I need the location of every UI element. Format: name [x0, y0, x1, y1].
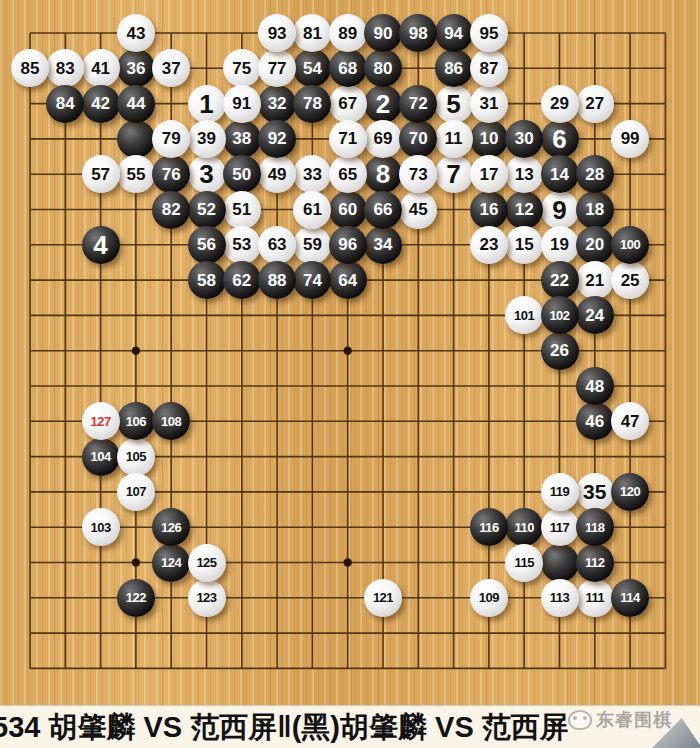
stone-65: 65: [329, 155, 367, 193]
stone-16: 16: [470, 191, 508, 229]
move-number: 105: [126, 450, 146, 463]
stone-111: 111: [576, 579, 614, 617]
move-number: 109: [479, 591, 499, 604]
move-number: 82: [162, 201, 181, 218]
move-number: 45: [409, 201, 428, 218]
stone-21: 21: [576, 261, 614, 299]
move-number: 12: [515, 201, 534, 218]
move-number: 52: [197, 201, 216, 218]
stone-38: 38: [223, 120, 261, 158]
stone-6: 6: [541, 120, 579, 158]
stone-116: 116: [470, 508, 508, 546]
stone-75: 75: [223, 49, 261, 87]
move-number: 43: [126, 25, 145, 42]
move-number: 10: [479, 130, 498, 147]
move-number: 116: [479, 521, 498, 534]
move-number: 59: [303, 236, 322, 253]
move-number: 19: [550, 236, 569, 253]
stone-12: 12: [505, 191, 543, 229]
stone-11: 11: [435, 120, 473, 158]
stone-57: 57: [82, 155, 120, 193]
move-number: 53: [232, 236, 251, 253]
stone-94: 94: [435, 14, 473, 52]
move-number: 51: [232, 201, 251, 218]
stone-120: 120: [611, 473, 649, 511]
move-number: 75: [232, 60, 251, 77]
stone-17: 17: [470, 155, 508, 193]
stone-79: 79: [152, 120, 190, 158]
stone-61: 61: [293, 191, 331, 229]
move-number: 71: [338, 130, 357, 147]
stone-91: 91: [223, 85, 261, 123]
move-number: 110: [514, 521, 533, 534]
move-number: 111: [585, 591, 604, 604]
move-number: 95: [479, 25, 498, 42]
move-number: 126: [161, 521, 181, 534]
move-number: 121: [373, 591, 393, 604]
move-number: 120: [620, 485, 640, 498]
stone-72: 72: [399, 85, 437, 123]
stone-99: 99: [611, 120, 649, 158]
move-number: 61: [303, 201, 322, 218]
stone-60: 60: [329, 191, 367, 229]
stone-8: 8: [364, 155, 402, 193]
stone-4: 4: [82, 226, 120, 264]
stone-51: 51: [223, 191, 261, 229]
move-number: 96: [338, 236, 357, 253]
stone-18: 18: [576, 191, 614, 229]
stone-23: 23: [470, 226, 508, 264]
stone-46: 46: [576, 402, 614, 440]
stone-30: 30: [505, 120, 543, 158]
move-number: 7: [446, 161, 460, 187]
move-number: 93: [268, 25, 287, 42]
stone-107: 107: [117, 473, 155, 511]
move-number: 24: [585, 307, 604, 324]
move-number: 81: [303, 25, 322, 42]
stone-118: 118: [576, 508, 614, 546]
move-number: 79: [162, 130, 181, 147]
stone-45: 45: [399, 191, 437, 229]
move-number: 88: [268, 272, 287, 289]
move-number: 4: [93, 232, 107, 258]
move-number: 92: [268, 130, 287, 147]
stone-95: 95: [470, 14, 508, 52]
move-number: 63: [268, 236, 287, 253]
stone-103: 103: [82, 508, 120, 546]
move-number: 49: [268, 166, 287, 183]
move-number: 103: [90, 521, 110, 534]
move-number: 70: [409, 130, 428, 147]
stone-119: 119: [541, 473, 579, 511]
move-number: 122: [126, 591, 146, 604]
stone-28: 28: [576, 155, 614, 193]
stone-52: 52: [188, 191, 226, 229]
move-number: 22: [550, 272, 569, 289]
stone-5: 5: [435, 85, 473, 123]
stone-68: 68: [329, 49, 367, 87]
move-number: 5: [446, 91, 460, 117]
caption-bar: 534 胡肇麟 VS 范西屏‖(黑)胡肇麟 VS 范西屏: [0, 705, 700, 748]
stone-19: 19: [541, 226, 579, 264]
move-number: 42: [91, 95, 110, 112]
stone-32: 32: [258, 85, 296, 123]
stone-24: 24: [576, 296, 614, 334]
move-number: 108: [161, 415, 181, 428]
stone-84: 84: [46, 85, 84, 123]
move-number: 124: [161, 556, 181, 569]
move-number: 114: [620, 591, 639, 604]
stone-7: 7: [435, 155, 473, 193]
stone-42: 42: [82, 85, 120, 123]
move-number: 74: [303, 272, 322, 289]
stone-44: 44: [117, 85, 155, 123]
stone-67: 67: [329, 85, 367, 123]
move-number: 65: [338, 166, 357, 183]
stone-113: 113: [541, 579, 579, 617]
stone-109: 109: [470, 579, 508, 617]
move-number: 68: [338, 60, 357, 77]
move-number: 106: [126, 415, 146, 428]
stone-89: 89: [329, 14, 367, 52]
stone-92: 92: [258, 120, 296, 158]
move-number: 73: [409, 166, 428, 183]
move-number: 8: [376, 161, 390, 187]
stone-2: 2: [364, 85, 402, 123]
move-number: 37: [162, 60, 181, 77]
move-number: 57: [91, 166, 110, 183]
move-number: 41: [91, 60, 110, 77]
stone-35: 35: [576, 473, 614, 511]
move-number: 112: [585, 556, 604, 569]
stone-69: 69: [364, 120, 402, 158]
move-number: 20: [585, 236, 604, 253]
stone-63: 63: [258, 226, 296, 264]
stone-100: 100: [611, 226, 649, 264]
stone-36: 36: [117, 49, 155, 87]
move-number: 29: [550, 95, 569, 112]
stone-96: 96: [329, 226, 367, 264]
stone-14: 14: [541, 155, 579, 193]
stone-78: 78: [293, 85, 331, 123]
move-number: 6: [552, 126, 566, 152]
move-number: 44: [126, 95, 145, 112]
move-number: 21: [585, 272, 604, 289]
move-number: 38: [232, 130, 251, 147]
move-number: 39: [197, 130, 216, 147]
move-number: 32: [268, 95, 287, 112]
move-number: 90: [374, 25, 393, 42]
move-number: 94: [444, 25, 463, 42]
move-number: 99: [621, 130, 640, 147]
stone-3: 3: [188, 155, 226, 193]
move-number: 107: [126, 485, 146, 498]
move-number: 11: [445, 130, 463, 147]
move-number: 34: [374, 236, 393, 253]
stone-39: 39: [188, 120, 226, 158]
stone-124: 124: [152, 544, 190, 582]
move-number: 72: [409, 95, 428, 112]
stone-88: 88: [258, 261, 296, 299]
move-number: 30: [515, 130, 534, 147]
stone-102: 102: [541, 296, 579, 334]
stone-58: 58: [188, 261, 226, 299]
stone-106: 106: [117, 402, 155, 440]
stone-121: 121: [364, 579, 402, 617]
move-number: 100: [620, 238, 640, 251]
move-number: 18: [585, 201, 604, 218]
stone-82: 82: [152, 191, 190, 229]
stone-34: 34: [364, 226, 402, 264]
move-number: 86: [444, 60, 463, 77]
move-number: 46: [585, 413, 604, 430]
stone-117: 117: [541, 508, 579, 546]
move-number: 14: [550, 166, 569, 183]
move-number: 55: [126, 166, 145, 183]
stone-105: 105: [117, 438, 155, 476]
move-number: 115: [514, 556, 533, 569]
move-number: 80: [374, 60, 393, 77]
stone-50: 50: [223, 155, 261, 193]
stone-48: 48: [576, 367, 614, 405]
move-number: 69: [374, 130, 393, 147]
stone-104: 104: [82, 438, 120, 476]
move-number: 31: [479, 95, 498, 112]
stone-29: 29: [541, 85, 579, 123]
stone-20: 20: [576, 226, 614, 264]
move-number: 113: [550, 591, 569, 604]
stone-66: 66: [364, 191, 402, 229]
stone-59: 59: [293, 226, 331, 264]
move-number: 26: [550, 342, 569, 359]
move-number: 1: [199, 91, 213, 117]
move-number: 101: [514, 309, 534, 322]
move-number: 85: [21, 60, 40, 77]
move-number: 102: [549, 309, 569, 322]
setup-stone-2: [541, 544, 579, 582]
move-number: 127: [90, 415, 110, 428]
stone-22: 22: [541, 261, 579, 299]
move-number: 16: [479, 201, 498, 218]
stone-93: 93: [258, 14, 296, 52]
move-number: 58: [197, 272, 216, 289]
move-number: 118: [585, 521, 604, 534]
move-number: 66: [374, 201, 393, 218]
move-number: 23: [479, 236, 498, 253]
move-number: 117: [550, 521, 569, 534]
move-number: 98: [409, 25, 428, 42]
move-number: 67: [338, 95, 357, 112]
move-number: 27: [585, 95, 604, 112]
move-number: 89: [338, 25, 357, 42]
stone-123: 123: [188, 579, 226, 617]
stone-127: 127: [82, 402, 120, 440]
move-number: 35: [583, 481, 606, 502]
stone-70: 70: [399, 120, 437, 158]
move-number: 77: [268, 60, 287, 77]
stone-10: 10: [470, 120, 508, 158]
move-number: 50: [232, 166, 251, 183]
stone-62: 62: [223, 261, 261, 299]
move-number: 87: [479, 60, 498, 77]
stone-56: 56: [188, 226, 226, 264]
setup-stone-1: [117, 120, 155, 158]
move-number: 13: [515, 166, 534, 183]
move-number: 91: [232, 95, 251, 112]
move-number: 36: [126, 60, 145, 77]
stone-90: 90: [364, 14, 402, 52]
move-number: 83: [56, 60, 75, 77]
stone-112: 112: [576, 544, 614, 582]
screenshot: 1234567891011121314151617181920212223242…: [0, 0, 700, 748]
move-number: 28: [585, 166, 604, 183]
move-number: 104: [90, 450, 110, 463]
stone-55: 55: [117, 155, 155, 193]
move-number: 15: [515, 236, 534, 253]
stone-26: 26: [541, 332, 579, 370]
go-board[interactable]: 1234567891011121314151617181920212223242…: [0, 0, 700, 705]
stone-43: 43: [117, 14, 155, 52]
stone-64: 64: [329, 261, 367, 299]
move-number: 64: [338, 272, 357, 289]
stone-27: 27: [576, 85, 614, 123]
move-number: 54: [303, 60, 322, 77]
stone-71: 71: [329, 120, 367, 158]
game-caption: 534 胡肇麟 VS 范西屏‖(黑)胡肇麟 VS 范西屏: [0, 708, 569, 748]
move-number: 125: [196, 556, 216, 569]
stone-122: 122: [117, 579, 155, 617]
stone-87: 87: [470, 49, 508, 87]
move-number: 62: [232, 272, 251, 289]
watermark-text: 东睿围棋: [596, 708, 672, 732]
move-number: 78: [303, 95, 322, 112]
move-number: 84: [56, 95, 75, 112]
stone-15: 15: [505, 226, 543, 264]
move-number: 25: [621, 272, 640, 289]
move-number: 56: [197, 236, 216, 253]
move-number: 2: [376, 91, 390, 117]
move-number: 47: [621, 413, 640, 430]
stone-125: 125: [188, 544, 226, 582]
stone-9: 9: [541, 191, 579, 229]
stone-31: 31: [470, 85, 508, 123]
move-number: 76: [162, 166, 181, 183]
stone-86: 86: [435, 49, 473, 87]
watermark-logo-icon: [568, 710, 592, 730]
move-number: 33: [303, 166, 322, 183]
stone-115: 115: [505, 544, 543, 582]
move-number: 60: [338, 201, 357, 218]
move-number: 9: [552, 197, 566, 223]
stone-25: 25: [611, 261, 649, 299]
stone-53: 53: [223, 226, 261, 264]
move-number: 48: [585, 378, 604, 395]
stone-1: 1: [188, 85, 226, 123]
stone-41: 41: [82, 49, 120, 87]
stone-114: 114: [611, 579, 649, 617]
move-number: 119: [550, 485, 569, 498]
move-number: 17: [479, 166, 498, 183]
move-number: 3: [199, 161, 213, 187]
move-number: 123: [196, 591, 216, 604]
